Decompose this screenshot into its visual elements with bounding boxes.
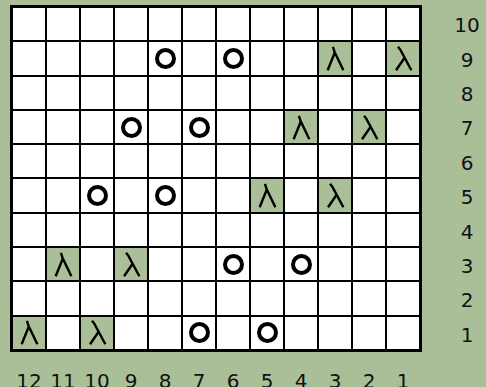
cell-r4c2 (353, 214, 385, 246)
cell-r2c7 (183, 282, 215, 314)
cell-r9c1 (387, 42, 419, 74)
ssk-decrease-symbol (358, 115, 381, 140)
yarn-over-symbol (121, 117, 142, 138)
col-label-7: 7 (182, 371, 216, 387)
ssk-decrease-symbol (120, 252, 143, 277)
row-label-6: 6 (440, 146, 486, 180)
cell-r4c1 (387, 214, 419, 246)
cell-r6c11 (47, 145, 79, 177)
cell-r9c9 (115, 42, 147, 74)
cell-r3c6 (217, 248, 249, 280)
cell-r4c9 (115, 214, 147, 246)
cell-r1c8 (149, 317, 181, 349)
cell-r9c10 (81, 42, 113, 74)
cell-r8c7 (183, 77, 215, 109)
cell-r3c3 (319, 248, 351, 280)
col-label-10: 10 (80, 371, 114, 387)
cell-r3c7 (183, 248, 215, 280)
k2tog-decrease-symbol (256, 183, 279, 208)
cell-r4c12 (13, 214, 45, 246)
cell-r4c8 (149, 214, 181, 246)
cell-r10c3 (319, 8, 351, 40)
cell-r9c11 (47, 42, 79, 74)
cell-r8c4 (285, 77, 317, 109)
yarn-over-symbol (155, 48, 176, 69)
k2tog-decrease-symbol (52, 252, 75, 277)
cell-r5c5 (251, 179, 283, 211)
cell-r3c12 (13, 248, 45, 280)
cell-r5c3 (319, 179, 351, 211)
cell-r2c5 (251, 282, 283, 314)
cell-r2c8 (149, 282, 181, 314)
row-label-8: 8 (440, 77, 486, 111)
cell-r4c7 (183, 214, 215, 246)
ssk-decrease-symbol (86, 320, 109, 345)
cell-r5c1 (387, 179, 419, 211)
cell-r6c5 (251, 145, 283, 177)
cell-r10c1 (387, 8, 419, 40)
cell-r8c2 (353, 77, 385, 109)
cell-r7c4 (285, 111, 317, 143)
chart-grid (10, 5, 422, 352)
cell-r1c7 (183, 317, 215, 349)
cell-r10c11 (47, 8, 79, 40)
cell-r3c2 (353, 248, 385, 280)
cell-r9c5 (251, 42, 283, 74)
yarn-over-symbol (223, 254, 244, 275)
cell-r1c9 (115, 317, 147, 349)
cell-r8c9 (115, 77, 147, 109)
yarn-over-symbol (87, 185, 108, 206)
ssk-decrease-symbol (324, 183, 347, 208)
cell-r5c4 (285, 179, 317, 211)
knitting-chart: 10987654321 121110987654321 (0, 0, 486, 387)
cell-r9c3 (319, 42, 351, 74)
cell-r10c8 (149, 8, 181, 40)
cell-r7c5 (251, 111, 283, 143)
row-label-2: 2 (440, 283, 486, 317)
cell-r2c3 (319, 282, 351, 314)
yarn-over-symbol (223, 48, 244, 69)
cell-r7c7 (183, 111, 215, 143)
cell-r8c1 (387, 77, 419, 109)
col-label-5: 5 (250, 371, 284, 387)
yarn-over-symbol (155, 185, 176, 206)
cell-r7c9 (115, 111, 147, 143)
row-label-1: 1 (440, 318, 486, 352)
cell-r6c8 (149, 145, 181, 177)
col-label-8: 8 (148, 371, 182, 387)
cell-r5c10 (81, 179, 113, 211)
cell-r7c12 (13, 111, 45, 143)
cell-r7c2 (353, 111, 385, 143)
cell-r6c3 (319, 145, 351, 177)
cell-r6c2 (353, 145, 385, 177)
cell-r2c11 (47, 282, 79, 314)
cell-r5c2 (353, 179, 385, 211)
cell-r3c11 (47, 248, 79, 280)
col-label-11: 11 (46, 371, 80, 387)
col-label-3: 3 (318, 371, 352, 387)
col-label-9: 9 (114, 371, 148, 387)
cell-r8c8 (149, 77, 181, 109)
cell-r9c4 (285, 42, 317, 74)
k2tog-decrease-symbol (18, 320, 41, 345)
col-label-12: 12 (12, 371, 46, 387)
cell-r8c12 (13, 77, 45, 109)
cell-r9c7 (183, 42, 215, 74)
cell-r5c9 (115, 179, 147, 211)
cell-r1c12 (13, 317, 45, 349)
cell-r4c3 (319, 214, 351, 246)
cell-r6c6 (217, 145, 249, 177)
cell-r4c5 (251, 214, 283, 246)
cell-r2c10 (81, 282, 113, 314)
cell-r6c1 (387, 145, 419, 177)
col-label-4: 4 (284, 371, 318, 387)
cell-r2c6 (217, 282, 249, 314)
cell-r4c6 (217, 214, 249, 246)
cell-r10c12 (13, 8, 45, 40)
cell-r5c8 (149, 179, 181, 211)
cell-r8c3 (319, 77, 351, 109)
cell-r3c9 (115, 248, 147, 280)
cell-r1c4 (285, 317, 317, 349)
cell-r5c11 (47, 179, 79, 211)
cell-r9c12 (13, 42, 45, 74)
cell-r4c4 (285, 214, 317, 246)
cell-r10c6 (217, 8, 249, 40)
cell-r6c7 (183, 145, 215, 177)
cell-r8c5 (251, 77, 283, 109)
cell-r1c10 (81, 317, 113, 349)
cell-r2c12 (13, 282, 45, 314)
cell-r1c11 (47, 317, 79, 349)
cell-r6c12 (13, 145, 45, 177)
cell-r1c6 (217, 317, 249, 349)
cell-r4c11 (47, 214, 79, 246)
yarn-over-symbol (189, 117, 210, 138)
col-label-1: 1 (386, 371, 420, 387)
row-label-9: 9 (440, 42, 486, 76)
cell-r10c7 (183, 8, 215, 40)
row-label-4: 4 (440, 214, 486, 248)
cell-r2c4 (285, 282, 317, 314)
cell-r9c6 (217, 42, 249, 74)
cell-r10c5 (251, 8, 283, 40)
cell-r9c8 (149, 42, 181, 74)
yarn-over-symbol (189, 322, 210, 343)
k2tog-decrease-symbol (290, 115, 313, 140)
cell-r3c5 (251, 248, 283, 280)
cell-r6c9 (115, 145, 147, 177)
cell-r7c10 (81, 111, 113, 143)
row-number-column: 10987654321 (440, 8, 486, 352)
cell-r5c12 (13, 179, 45, 211)
cell-r5c7 (183, 179, 215, 211)
cell-r9c2 (353, 42, 385, 74)
cell-r1c3 (319, 317, 351, 349)
cell-r10c10 (81, 8, 113, 40)
cell-r8c6 (217, 77, 249, 109)
cell-r3c8 (149, 248, 181, 280)
cell-r6c10 (81, 145, 113, 177)
cell-r3c4 (285, 248, 317, 280)
cell-r7c3 (319, 111, 351, 143)
ssk-decrease-symbol (392, 46, 415, 71)
k2tog-decrease-symbol (324, 46, 347, 71)
yarn-over-symbol (257, 322, 278, 343)
col-label-6: 6 (216, 371, 250, 387)
cell-r3c1 (387, 248, 419, 280)
cell-r2c9 (115, 282, 147, 314)
row-label-3: 3 (440, 249, 486, 283)
row-label-5: 5 (440, 180, 486, 214)
cell-r6c4 (285, 145, 317, 177)
cell-r2c2 (353, 282, 385, 314)
cell-r2c1 (387, 282, 419, 314)
col-label-2: 2 (352, 371, 386, 387)
cell-r1c5 (251, 317, 283, 349)
cell-r10c4 (285, 8, 317, 40)
cell-r10c9 (115, 8, 147, 40)
cell-r10c2 (353, 8, 385, 40)
cell-r3c10 (81, 248, 113, 280)
cell-r8c10 (81, 77, 113, 109)
row-label-10: 10 (440, 8, 486, 42)
cell-r1c1 (387, 317, 419, 349)
row-label-7: 7 (440, 111, 486, 145)
cell-r4c10 (81, 214, 113, 246)
cell-r7c1 (387, 111, 419, 143)
cell-r7c8 (149, 111, 181, 143)
yarn-over-symbol (291, 254, 312, 275)
cell-r5c6 (217, 179, 249, 211)
cell-r1c2 (353, 317, 385, 349)
cell-r7c6 (217, 111, 249, 143)
cell-r8c11 (47, 77, 79, 109)
cell-r7c11 (47, 111, 79, 143)
